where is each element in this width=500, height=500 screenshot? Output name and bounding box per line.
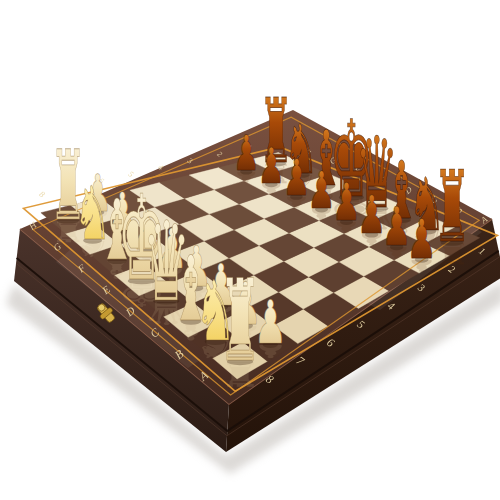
piece-light-rook-a8: ♜♜ bbox=[219, 254, 262, 392]
piece-glyph: ♟ bbox=[233, 124, 260, 182]
piece-glyph: ♟ bbox=[407, 208, 437, 272]
piece-glyph: ♜ bbox=[433, 150, 470, 265]
piece-dark-pawn-g2: ♟♟ bbox=[258, 137, 286, 198]
piece-dark-pawn-f2: ♟♟ bbox=[282, 148, 310, 210]
piece-glyph: ♟ bbox=[282, 148, 310, 207]
piece-glyph: ♟ bbox=[307, 161, 335, 220]
product-photo: AABBCCDDEEFFGGHH8877665544332211♜♜♟♟♞♞♟♟… bbox=[0, 0, 500, 500]
piece-glyph: ♟ bbox=[258, 137, 286, 195]
piece-dark-pawn-e2: ♟♟ bbox=[307, 161, 335, 224]
piece-dark-rook-a1: ♜♜ bbox=[433, 150, 470, 270]
chessboard-scene: AABBCCDDEEFFGGHH8877665544332211♜♜♟♟♞♞♟♟… bbox=[0, 0, 500, 500]
piece-dark-pawn-a2: ♟♟ bbox=[407, 208, 437, 275]
piece-glyph: ♜ bbox=[219, 254, 262, 386]
piece-dark-pawn-h2: ♟♟ bbox=[233, 124, 260, 184]
